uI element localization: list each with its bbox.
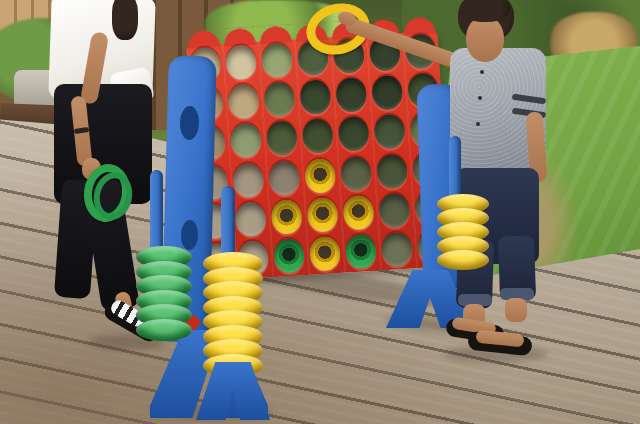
board-cell-r3c5 [335,113,373,154]
boy-fringe [460,0,510,22]
empty-hole [373,114,406,150]
empty-hole [376,153,409,189]
empty-hole [232,162,265,198]
boy-shirt-button [480,70,484,74]
empty-hole [225,44,258,80]
board-cell-r5c4 [303,194,341,235]
board-cell-r4c6 [373,150,411,191]
board-cell-r5c5 [339,192,377,233]
board-cell-r2c6 [368,72,406,113]
empty-hole [378,193,411,229]
empty-hole [268,160,301,196]
yellow-ring [304,158,337,194]
green-ring [273,239,306,275]
empty-hole [227,84,260,120]
empty-hole [261,42,294,78]
leg-handle-hole [180,106,200,140]
empty-hole [263,81,296,117]
board-cell-r6c6 [378,229,416,270]
board-cell-r2c5 [332,74,370,115]
board-cell-r3c4 [299,116,337,157]
yellow-ring [309,236,342,272]
board-cell-r5c3 [268,196,306,237]
board-cell-r4c3 [265,157,303,198]
empty-hole [340,156,373,192]
empty-hole [301,119,334,155]
boy-shirt-button [476,122,480,126]
board-cell-r4c4 [301,155,339,196]
board-cell-r2c4 [296,76,334,117]
empty-hole [299,79,332,115]
leg-handle-hole [181,220,199,250]
board-cell-r4c5 [337,153,375,194]
board-cell-r6c3 [270,236,308,277]
yellow-ring [342,195,375,231]
boy-face [466,16,504,62]
empty-hole [337,116,370,152]
board-cell-r1c2 [222,42,260,83]
empty-hole [371,75,404,111]
yellow-ring [270,199,303,235]
board-cell-r5c6 [375,190,413,231]
yellow-ring-on-post [437,250,489,270]
empty-hole [229,123,262,159]
yellow-ring [306,197,339,233]
green-ring-on-post [136,319,192,341]
board-cell-r2c3 [260,79,298,120]
board-cell-r2c2 [224,81,262,122]
board-cell-r3c6 [370,111,408,152]
empty-hole [265,121,298,157]
green-ring [344,234,377,270]
backyard-connect-four-photo [0,0,640,424]
board-cell-r1c3 [258,39,296,80]
board-cell-r5c2 [232,199,270,240]
board-cell-r6c5 [342,231,380,272]
boy-shirt-button [478,96,482,100]
board-cell-r3c2 [227,120,265,161]
board-cell-r3c3 [263,118,301,159]
empty-hole [380,232,413,268]
empty-hole [335,77,368,113]
empty-hole [234,201,267,237]
boy-ankle [505,298,527,322]
woman-hair-strand [112,0,138,40]
board-cell-r6c4 [306,233,344,274]
